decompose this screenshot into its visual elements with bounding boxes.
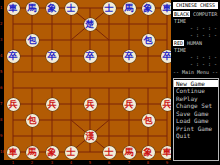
piece-red-cannon[interactable]: 包 — [142, 114, 155, 127]
menu-item-change-set[interactable]: Change Set — [174, 102, 218, 109]
piece-black-cannon[interactable]: 包 — [26, 34, 39, 47]
menu-header: -- Main Menu -- — [171, 69, 220, 75]
black-player-row: BLACK COMPUTER — [173, 11, 219, 17]
file-label: 6 — [105, 160, 113, 165]
red-time-2: - : - : - — [181, 61, 217, 67]
piece-black-cannon[interactable]: 包 — [142, 34, 155, 47]
piece-red-chariot[interactable]: 車 — [7, 146, 20, 159]
rank-label: 3 — [0, 38, 4, 42]
black-time-2: - : - : - — [181, 32, 217, 38]
black-player-name: COMPUTER — [193, 11, 217, 17]
info-panel-title: CHINESE CHESS — [173, 2, 218, 9]
piece-black-soldier[interactable]: 卒 — [84, 50, 97, 63]
menu-item-print-game[interactable]: Print Game — [174, 125, 218, 132]
black-side-label: BLACK — [173, 11, 190, 17]
piece-black-soldier[interactable]: 卒 — [46, 50, 59, 63]
file-label: 4 — [67, 160, 75, 165]
rank-label: 4 — [0, 54, 4, 58]
file-label: 8 — [144, 160, 152, 165]
rank-label: 5 — [0, 70, 4, 74]
piece-red-advisor[interactable]: 士 — [65, 146, 78, 159]
piece-black-elephant[interactable]: 象 — [46, 2, 59, 15]
rank-label: 8 — [0, 118, 4, 122]
rank-label: 6 — [0, 86, 4, 90]
red-side-label: RED — [173, 40, 184, 46]
menu-item-continue[interactable]: Continue — [174, 87, 218, 94]
piece-black-soldier[interactable]: 卒 — [123, 50, 136, 63]
black-time-1: - : - : - — [181, 25, 217, 31]
piece-black-advisor[interactable]: 士 — [65, 2, 78, 15]
piece-black-horse[interactable]: 馬 — [26, 2, 39, 15]
menu-item-load-game[interactable]: Load Game — [174, 117, 218, 124]
piece-black-soldier[interactable]: 卒 — [7, 50, 20, 63]
piece-black-elephant[interactable]: 象 — [142, 2, 155, 15]
xiangqi-board[interactable]: 車馬象士士馬象車楚包包卒卒卒卒卒兵兵兵兵兵包包漢車馬象士士馬象車 1234567… — [0, 0, 171, 165]
piece-red-general[interactable]: 漢 — [84, 130, 97, 143]
piece-black-horse[interactable]: 馬 — [123, 2, 136, 15]
piece-red-elephant[interactable]: 象 — [46, 146, 59, 159]
file-label: 5 — [86, 160, 94, 165]
menu-item-quit[interactable]: Quit — [174, 132, 218, 139]
file-label: 2 — [28, 160, 36, 165]
game-screen: 車馬象士士馬象車楚包包卒卒卒卒卒兵兵兵兵兵包包漢車馬象士士馬象車 1234567… — [0, 0, 220, 165]
red-time-1: - : - : - — [181, 54, 217, 60]
rank-label: 9 — [0, 134, 4, 138]
piece-red-soldier[interactable]: 兵 — [7, 98, 20, 111]
piece-red-soldier[interactable]: 兵 — [46, 98, 59, 111]
piece-red-soldier[interactable]: 兵 — [84, 98, 97, 111]
piece-black-chariot[interactable]: 車 — [7, 2, 20, 15]
rank-label: 10 — [0, 150, 4, 154]
main-menu: New GameContinueRePlayChange SetSave Gam… — [173, 78, 219, 161]
rank-label: 2 — [0, 22, 4, 26]
red-player-row: RED HUMAN — [173, 40, 219, 46]
black-time-label: TIME — [174, 18, 186, 24]
piece-red-horse[interactable]: 馬 — [26, 146, 39, 159]
menu-item-replay[interactable]: RePlay — [174, 95, 218, 102]
rank-label: 7 — [0, 102, 4, 106]
file-label: 9 — [163, 160, 171, 165]
rank-label: 1 — [0, 6, 4, 10]
piece-red-elephant[interactable]: 象 — [142, 146, 155, 159]
file-label: 1 — [9, 160, 17, 165]
menu-item-save-game[interactable]: Save Game — [174, 110, 218, 117]
piece-red-horse[interactable]: 馬 — [123, 146, 136, 159]
piece-red-cannon[interactable]: 包 — [26, 114, 39, 127]
piece-black-general[interactable]: 楚 — [84, 18, 97, 31]
piece-red-soldier[interactable]: 兵 — [123, 98, 136, 111]
file-label: 7 — [125, 160, 133, 165]
sidebar: CHINESE CHESS BLACK COMPUTER TIME - : - … — [171, 0, 220, 165]
red-time-label: TIME — [174, 47, 186, 53]
menu-item-new-game[interactable]: New Game — [174, 80, 218, 87]
piece-black-advisor[interactable]: 士 — [103, 2, 116, 15]
piece-red-advisor[interactable]: 士 — [103, 146, 116, 159]
file-label: 3 — [48, 160, 56, 165]
red-player-name: HUMAN — [187, 40, 202, 46]
